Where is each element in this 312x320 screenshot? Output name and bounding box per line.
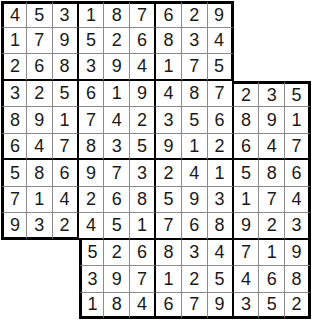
- sudoku-cell-r5c7: 3: [156, 107, 182, 134]
- sudoku-cell-r8c4: 2: [79, 187, 105, 214]
- empty-region-cell: [259, 1, 285, 28]
- sudoku-cell-r5c4: 7: [79, 107, 105, 134]
- sudoku-cell-r4c9: 7: [208, 81, 234, 108]
- sudoku-cell-r12c4: 1: [79, 293, 105, 320]
- sudoku-cell-r2c5: 2: [104, 28, 130, 55]
- sudoku-cell-r12c9: 9: [208, 293, 234, 320]
- empty-region-cell: [234, 28, 260, 55]
- sudoku-cell-r9c1: 9: [1, 213, 27, 240]
- sudoku-cell-r11c4: 3: [79, 266, 105, 293]
- sudoku-cell-r11c6: 7: [130, 266, 156, 293]
- sudoku-cell-r4c10: 2: [234, 81, 260, 108]
- sudoku-cell-r3c7: 1: [156, 54, 182, 81]
- sudoku-cell-r5c2: 9: [27, 107, 53, 134]
- sudoku-cell-r8c3: 4: [53, 187, 79, 214]
- sudoku-cell-r6c11: 4: [259, 134, 285, 161]
- empty-region-cell: [234, 54, 260, 81]
- sudoku-cell-r12c6: 4: [130, 293, 156, 320]
- sudoku-cell-r10c4: 5: [79, 240, 105, 267]
- sudoku-cell-r8c7: 5: [156, 187, 182, 214]
- sudoku-cell-r10c12: 9: [285, 240, 311, 267]
- sudoku-cell-r12c12: 2: [285, 293, 311, 320]
- sudoku-cell-r4c2: 2: [27, 81, 53, 108]
- sudoku-cell-r7c12: 6: [285, 160, 311, 187]
- sudoku-cell-r7c3: 6: [53, 160, 79, 187]
- sudoku-cell-r4c5: 1: [104, 81, 130, 108]
- sudoku-cell-r9c7: 7: [156, 213, 182, 240]
- sudoku-cell-r9c11: 2: [259, 213, 285, 240]
- empty-region-cell: [27, 293, 53, 320]
- sudoku-cell-r1c4: 1: [79, 1, 105, 28]
- sudoku-cell-r3c5: 9: [104, 54, 130, 81]
- sudoku-cell-r7c9: 1: [208, 160, 234, 187]
- sudoku-cell-r6c7: 9: [156, 134, 182, 161]
- sudoku-cell-r4c1: 3: [1, 81, 27, 108]
- sudoku-cell-r1c5: 8: [104, 1, 130, 28]
- empty-region-cell: [27, 240, 53, 267]
- sudoku-cell-r4c7: 4: [156, 81, 182, 108]
- sudoku-cell-r2c4: 5: [79, 28, 105, 55]
- sudoku-cell-r11c5: 9: [104, 266, 130, 293]
- sudoku-cell-r10c11: 1: [259, 240, 285, 267]
- sudoku-cell-r10c5: 2: [104, 240, 130, 267]
- sudoku-cell-r2c1: 1: [1, 28, 27, 55]
- empty-region-cell: [259, 54, 285, 81]
- empty-region-cell: [259, 28, 285, 55]
- sudoku-cell-r3c4: 3: [79, 54, 105, 81]
- sudoku-cell-r9c3: 2: [53, 213, 79, 240]
- sudoku-cell-r4c11: 3: [259, 81, 285, 108]
- sudoku-cell-r8c12: 4: [285, 187, 311, 214]
- sudoku-cell-r10c9: 4: [208, 240, 234, 267]
- empty-region-cell: [234, 1, 260, 28]
- sudoku-cell-r11c12: 8: [285, 266, 311, 293]
- sudoku-cell-r12c7: 6: [156, 293, 182, 320]
- sudoku-cell-r7c2: 8: [27, 160, 53, 187]
- sudoku-cell-r9c6: 1: [130, 213, 156, 240]
- sudoku-cell-r9c10: 9: [234, 213, 260, 240]
- sudoku-cell-r6c1: 6: [1, 134, 27, 161]
- sudoku-cell-r9c12: 3: [285, 213, 311, 240]
- sudoku-cell-r11c8: 2: [182, 266, 208, 293]
- sudoku-cell-r6c2: 4: [27, 134, 53, 161]
- sudoku-cell-r9c2: 3: [27, 213, 53, 240]
- sudoku-cell-r8c10: 1: [234, 187, 260, 214]
- sudoku-cell-r10c8: 3: [182, 240, 208, 267]
- sudoku-cell-r7c11: 8: [259, 160, 285, 187]
- sudoku-cell-r5c5: 4: [104, 107, 130, 134]
- empty-region-cell: [53, 266, 79, 293]
- sudoku-cell-r4c8: 8: [182, 81, 208, 108]
- sudoku-cell-r12c11: 5: [259, 293, 285, 320]
- empty-region-cell: [53, 240, 79, 267]
- sudoku-cell-r5c12: 1: [285, 107, 311, 134]
- sudoku-cell-r3c3: 8: [53, 54, 79, 81]
- sudoku-cell-r9c9: 8: [208, 213, 234, 240]
- empty-region-cell: [285, 28, 311, 55]
- sudoku-cell-r6c8: 1: [182, 134, 208, 161]
- empty-region-cell: [1, 266, 27, 293]
- sudoku-cell-r8c1: 7: [1, 187, 27, 214]
- sudoku-cell-r8c2: 1: [27, 187, 53, 214]
- sudoku-cell-r2c6: 6: [130, 28, 156, 55]
- sudoku-cell-r8c8: 9: [182, 187, 208, 214]
- sudoku-cell-r5c6: 2: [130, 107, 156, 134]
- sudoku-cell-r6c10: 6: [234, 134, 260, 161]
- sudoku-cell-r3c6: 4: [130, 54, 156, 81]
- sudoku-cell-r1c6: 7: [130, 1, 156, 28]
- sudoku-cell-r2c9: 4: [208, 28, 234, 55]
- sudoku-cell-r12c5: 8: [104, 293, 130, 320]
- sudoku-cell-r9c4: 4: [79, 213, 105, 240]
- sudoku-cell-r8c5: 6: [104, 187, 130, 214]
- sudoku-cell-r2c3: 9: [53, 28, 79, 55]
- sudoku-cell-r7c5: 7: [104, 160, 130, 187]
- sudoku-cell-r7c10: 5: [234, 160, 260, 187]
- sudoku-cell-r2c2: 7: [27, 28, 53, 55]
- sudoku-cell-r11c7: 1: [156, 266, 182, 293]
- sudoku-cell-r8c6: 8: [130, 187, 156, 214]
- sudoku-cell-r2c7: 8: [156, 28, 182, 55]
- sudoku-cell-r8c11: 7: [259, 187, 285, 214]
- sudoku-cell-r5c1: 8: [1, 107, 27, 134]
- sudoku-cell-r4c3: 5: [53, 81, 79, 108]
- empty-region-cell: [285, 1, 311, 28]
- sudoku-cell-r3c1: 2: [1, 54, 27, 81]
- sudoku-cell-r11c11: 6: [259, 266, 285, 293]
- sudoku-cell-r6c12: 7: [285, 134, 311, 161]
- sudoku-cell-r6c6: 5: [130, 134, 156, 161]
- sudoku-cell-r5c3: 1: [53, 107, 79, 134]
- sudoku-cell-r7c4: 9: [79, 160, 105, 187]
- sudoku-cell-r10c6: 6: [130, 240, 156, 267]
- sudoku-cell-r6c4: 8: [79, 134, 105, 161]
- sudoku-cell-r10c7: 8: [156, 240, 182, 267]
- sudoku-cell-r2c8: 3: [182, 28, 208, 55]
- sudoku-cell-r7c8: 4: [182, 160, 208, 187]
- sudoku-cell-r9c5: 5: [104, 213, 130, 240]
- sudoku-cell-r7c1: 5: [1, 160, 27, 187]
- sudoku-cell-r3c9: 5: [208, 54, 234, 81]
- sudoku-cell-r8c9: 3: [208, 187, 234, 214]
- sudoku-cell-r11c10: 4: [234, 266, 260, 293]
- sudoku-cell-r5c10: 8: [234, 107, 260, 134]
- sudoku-cell-r5c11: 9: [259, 107, 285, 134]
- empty-region-cell: [27, 266, 53, 293]
- empty-region-cell: [1, 240, 27, 267]
- sudoku-cell-r1c7: 6: [156, 1, 182, 28]
- sudoku-cell-r4c4: 6: [79, 81, 105, 108]
- empty-region-cell: [53, 293, 79, 320]
- sudoku-cell-r7c7: 2: [156, 160, 182, 187]
- sudoku-cell-r1c9: 9: [208, 1, 234, 28]
- sudoku-cell-r6c5: 3: [104, 134, 130, 161]
- sudoku-cell-r1c8: 2: [182, 1, 208, 28]
- sudoku-cell-r5c8: 5: [182, 107, 208, 134]
- sudoku-cell-r5c9: 6: [208, 107, 234, 134]
- empty-region-cell: [285, 54, 311, 81]
- sudoku-cell-r3c2: 6: [27, 54, 53, 81]
- empty-region-cell: [1, 293, 27, 320]
- sudoku-cell-r1c3: 3: [53, 1, 79, 28]
- sudoku-cell-r7c6: 3: [130, 160, 156, 187]
- twin-sudoku-board: 4531876291795268342683941753256194872358…: [1, 1, 311, 319]
- sudoku-cell-r9c8: 6: [182, 213, 208, 240]
- sudoku-cell-r4c6: 9: [130, 81, 156, 108]
- sudoku-cell-r10c10: 7: [234, 240, 260, 267]
- sudoku-cell-r11c9: 5: [208, 266, 234, 293]
- sudoku-cell-r1c1: 4: [1, 1, 27, 28]
- sudoku-cell-r6c9: 2: [208, 134, 234, 161]
- sudoku-cell-r12c10: 3: [234, 293, 260, 320]
- sudoku-cell-r1c2: 5: [27, 1, 53, 28]
- sudoku-cell-r12c8: 7: [182, 293, 208, 320]
- sudoku-cell-r4c12: 5: [285, 81, 311, 108]
- sudoku-cell-r6c3: 7: [53, 134, 79, 161]
- sudoku-cell-r3c8: 7: [182, 54, 208, 81]
